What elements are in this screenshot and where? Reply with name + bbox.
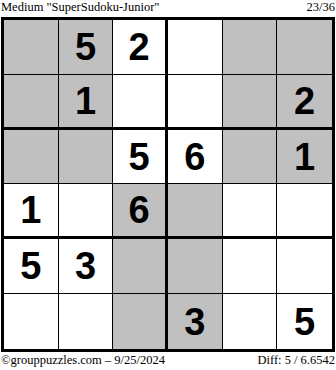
cell-r3c6[interactable]: 1 <box>277 130 332 185</box>
cell-r2c1[interactable] <box>4 75 59 130</box>
cell-r6c1[interactable] <box>4 294 59 349</box>
cell-r4c5[interactable] <box>223 184 278 239</box>
cell-r1c4[interactable] <box>168 20 223 75</box>
puzzle-title: Medium "SuperSudoku-Junior" <box>1 0 159 15</box>
cell-r2c6[interactable]: 2 <box>277 75 332 130</box>
footer: ©grouppuzzles.com – 9/25/2024 Diff: 5 / … <box>0 352 336 370</box>
cell-r6c3[interactable] <box>113 294 168 349</box>
cell-r2c3[interactable] <box>113 75 168 130</box>
cell-r2c5[interactable] <box>223 75 278 130</box>
remaining-counter: 23/36 <box>307 0 335 15</box>
cell-r5c1[interactable]: 5 <box>4 239 59 294</box>
cell-r1c1[interactable] <box>4 20 59 75</box>
difficulty-text: Diff: 5 / 6.6542 <box>257 353 335 368</box>
cell-r1c5[interactable] <box>223 20 278 75</box>
cell-r5c4[interactable] <box>168 239 223 294</box>
cell-r5c5[interactable] <box>223 239 278 294</box>
cell-r1c2[interactable]: 5 <box>59 20 114 75</box>
cell-r6c4[interactable]: 3 <box>168 294 223 349</box>
cell-r2c2[interactable]: 1 <box>59 75 114 130</box>
cell-r4c2[interactable] <box>59 184 114 239</box>
copyright-text: ©grouppuzzles.com – 9/25/2024 <box>1 353 165 368</box>
cell-r3c1[interactable] <box>4 130 59 185</box>
cell-r4c6[interactable] <box>277 184 332 239</box>
cell-r5c3[interactable] <box>113 239 168 294</box>
cell-r3c3[interactable]: 5 <box>113 130 168 185</box>
cell-r4c4[interactable] <box>168 184 223 239</box>
cell-r1c6[interactable] <box>277 20 332 75</box>
cell-r3c2[interactable] <box>59 130 114 185</box>
cell-r2c4[interactable] <box>168 75 223 130</box>
cell-r6c2[interactable] <box>59 294 114 349</box>
board: 5212561165335 <box>1 17 335 352</box>
cell-r4c3[interactable]: 6 <box>113 184 168 239</box>
cell-r5c2[interactable]: 3 <box>59 239 114 294</box>
cell-r1c3[interactable]: 2 <box>113 20 168 75</box>
puzzle-page: Medium "SuperSudoku-Junior" 23/36 521256… <box>0 0 336 370</box>
cell-r6c6[interactable]: 5 <box>277 294 332 349</box>
cell-r6c5[interactable] <box>223 294 278 349</box>
header: Medium "SuperSudoku-Junior" 23/36 <box>0 0 336 17</box>
cell-r4c1[interactable]: 1 <box>4 184 59 239</box>
cell-r5c6[interactable] <box>277 239 332 294</box>
cell-r3c5[interactable] <box>223 130 278 185</box>
cell-r3c4[interactable]: 6 <box>168 130 223 185</box>
